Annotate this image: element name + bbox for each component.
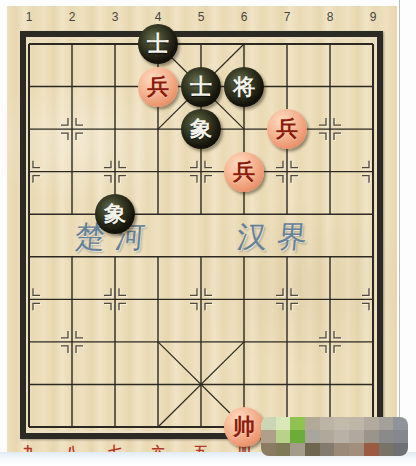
- mosaic-block-1-6: [349, 430, 364, 443]
- mosaic-block-0-1: [276, 417, 291, 430]
- mosaic-block-1-5: [334, 430, 349, 443]
- mosaic-block-2-3: [305, 443, 320, 456]
- piece-red-soldier-2[interactable]: 兵: [267, 109, 307, 149]
- mosaic-block-2-6: [349, 443, 364, 456]
- file-label-top-9: 9: [362, 10, 384, 24]
- mosaic-block-0-9: [393, 417, 408, 430]
- mosaic-block-0-4: [320, 417, 335, 430]
- mosaic-block-0-8: [379, 417, 394, 430]
- file-label-top-5: 5: [190, 10, 212, 24]
- file-label-top-6: 6: [233, 10, 255, 24]
- piece-black-elephant-1[interactable]: 象: [181, 109, 221, 149]
- mosaic-block-0-0: [261, 417, 276, 430]
- piece-black-general[interactable]: 将: [224, 67, 264, 107]
- xiangqi-board: 123456789 楚河 汉界 士兵士将象兵兵象帅 九八七六五四三二一: [7, 6, 397, 455]
- piece-red-soldier-3[interactable]: 兵: [224, 152, 264, 192]
- mosaic-block-1-1: [276, 430, 291, 443]
- mosaic-block-0-3: [305, 417, 320, 430]
- mosaic-block-0-7: [364, 417, 379, 430]
- mosaic-block-2-5: [334, 443, 349, 456]
- watermark-mosaic: [261, 417, 408, 456]
- mosaic-block-2-0: [261, 443, 276, 456]
- mosaic-block-2-8: [379, 443, 394, 456]
- piece-red-soldier-1[interactable]: 兵: [138, 67, 178, 107]
- mosaic-block-1-0: [261, 430, 276, 443]
- piece-black-advisor-2[interactable]: 士: [181, 67, 221, 107]
- file-label-top-3: 3: [104, 10, 126, 24]
- file-label-top-7: 7: [276, 10, 298, 24]
- river-text-right: 汉界: [235, 216, 319, 258]
- piece-black-advisor-1[interactable]: 士: [138, 24, 178, 64]
- mosaic-block-2-7: [364, 443, 379, 456]
- mosaic-block-1-9: [393, 430, 408, 443]
- screenshot-root: 123456789 楚河 汉界 士兵士将象兵兵象帅 九八七六五四三二一: [0, 0, 416, 466]
- mosaic-block-1-7: [364, 430, 379, 443]
- piece-black-elephant-2[interactable]: 象: [95, 194, 135, 234]
- file-label-top-2: 2: [61, 10, 83, 24]
- page-edge-divider: [399, 0, 400, 455]
- mosaic-block-1-4: [320, 430, 335, 443]
- mosaic-block-0-5: [334, 417, 349, 430]
- mosaic-block-1-8: [379, 430, 394, 443]
- file-label-top-4: 4: [147, 10, 169, 24]
- file-label-top-8: 8: [319, 10, 341, 24]
- mosaic-block-1-3: [305, 430, 320, 443]
- mosaic-block-1-2: [290, 430, 305, 443]
- piece-red-general[interactable]: 帅: [224, 407, 264, 447]
- file-label-top-1: 1: [18, 10, 40, 24]
- mosaic-block-2-2: [290, 443, 305, 456]
- mosaic-block-2-4: [320, 443, 335, 456]
- mosaic-block-0-6: [349, 417, 364, 430]
- mosaic-block-0-2: [290, 417, 305, 430]
- mosaic-block-2-1: [276, 443, 291, 456]
